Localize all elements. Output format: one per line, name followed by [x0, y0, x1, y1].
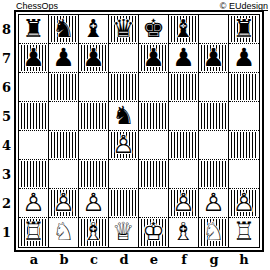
piece-glyph: ♖ [19, 218, 48, 247]
square-g8[interactable] [199, 15, 229, 44]
piece-glyph: ♘ [49, 218, 78, 247]
piece-glyph: ♟ [79, 44, 108, 72]
rank-label-3: 3 [0, 160, 13, 189]
square-f4[interactable] [169, 131, 199, 160]
chessops-window: ChessOps © EUdesign 87654321 ♜♞♝♛♚♝♜♟♟♟♟… [0, 0, 270, 270]
piece-glyph: ♙ [199, 189, 228, 217]
piece-white-pawn-a2[interactable]: ♟♙ [19, 189, 48, 217]
square-b4[interactable] [49, 131, 79, 160]
file-label-c: c [79, 252, 109, 267]
square-c6[interactable] [79, 73, 109, 102]
piece-black-rook-a8[interactable]: ♜ [19, 15, 48, 43]
piece-white-bishop-c1[interactable]: ♝♗ [79, 218, 108, 247]
square-e8[interactable]: ♚ [139, 15, 169, 44]
square-c8[interactable]: ♝ [79, 15, 109, 44]
piece-white-pawn-c2[interactable]: ♟♙ [79, 189, 108, 217]
rank-label-6: 6 [0, 73, 13, 102]
piece-white-queen-d1[interactable]: ♛♕ [109, 218, 138, 247]
piece-glyph: ♟ [49, 44, 78, 72]
piece-black-pawn-e7[interactable]: ♟ [139, 44, 168, 72]
square-d6[interactable] [109, 73, 139, 102]
piece-glyph: ♚ [139, 15, 168, 43]
square-g6[interactable] [199, 73, 229, 102]
piece-black-knight-b8[interactable]: ♞ [49, 15, 78, 43]
square-h8[interactable]: ♜ [229, 15, 259, 44]
square-f6[interactable] [169, 73, 199, 102]
piece-white-pawn-b2[interactable]: ♟♙ [49, 189, 78, 217]
square-a4[interactable] [19, 131, 49, 160]
square-g4[interactable] [199, 131, 229, 160]
piece-white-bishop-f1[interactable]: ♝♗ [169, 218, 198, 247]
piece-glyph: ♝ [169, 15, 198, 43]
square-a5[interactable] [19, 102, 49, 131]
square-c3[interactable] [79, 160, 109, 189]
piece-white-rook-a1[interactable]: ♜♖ [19, 218, 48, 247]
piece-glyph: ♟ [169, 44, 198, 72]
piece-glyph: ♞ [109, 102, 138, 130]
square-a7[interactable]: ♟ [19, 44, 49, 73]
piece-glyph: ♜ [19, 15, 48, 43]
rank-label-8: 8 [0, 15, 13, 44]
square-a1[interactable]: ♜♖ [19, 218, 49, 247]
square-a2[interactable]: ♟♙ [19, 189, 49, 218]
piece-glyph: ♔ [139, 218, 168, 247]
piece-black-king-e8[interactable]: ♚ [139, 15, 168, 43]
piece-glyph: ♞ [49, 15, 78, 43]
square-f8[interactable]: ♝ [169, 15, 199, 44]
piece-white-pawn-d4[interactable]: ♟♙ [109, 131, 138, 159]
square-g7[interactable]: ♟ [199, 44, 229, 73]
square-f1[interactable]: ♝♗ [169, 218, 199, 247]
square-e2[interactable] [139, 189, 169, 218]
square-h2[interactable]: ♟♙ [229, 189, 259, 218]
square-g1[interactable]: ♞♘ [199, 218, 229, 247]
square-c1[interactable]: ♝♗ [79, 218, 109, 247]
square-g3[interactable] [199, 160, 229, 189]
square-d7[interactable] [109, 44, 139, 73]
square-a8[interactable]: ♜ [19, 15, 49, 44]
piece-black-bishop-f8[interactable]: ♝ [169, 15, 198, 43]
rank-label-5: 5 [0, 102, 13, 131]
square-g5[interactable] [199, 102, 229, 131]
file-label-a: a [19, 252, 49, 267]
square-b8[interactable]: ♞ [49, 15, 79, 44]
square-b5[interactable] [49, 102, 79, 131]
piece-glyph: ♙ [49, 189, 78, 217]
square-d1[interactable]: ♛♕ [109, 218, 139, 247]
piece-black-bishop-c8[interactable]: ♝ [79, 15, 108, 43]
square-f2[interactable]: ♟♙ [169, 189, 199, 218]
square-d8[interactable]: ♛ [109, 15, 139, 44]
piece-glyph: ♗ [79, 218, 108, 247]
file-labels: abcdefgh [19, 252, 259, 267]
square-h5[interactable] [229, 102, 259, 131]
piece-glyph: ♜ [229, 15, 259, 43]
square-d5[interactable]: ♞ [109, 102, 139, 131]
square-b6[interactable] [49, 73, 79, 102]
square-h7[interactable]: ♟ [229, 44, 259, 73]
piece-glyph: ♗ [169, 218, 198, 247]
square-c2[interactable]: ♟♙ [79, 189, 109, 218]
piece-black-pawn-h7[interactable]: ♟ [229, 44, 259, 72]
piece-glyph: ♙ [19, 189, 48, 217]
square-a3[interactable] [19, 160, 49, 189]
file-label-g: g [199, 252, 229, 267]
piece-black-pawn-c7[interactable]: ♟ [79, 44, 108, 72]
piece-white-king-e1[interactable]: ♚♔ [139, 218, 168, 247]
square-d4[interactable]: ♟♙ [109, 131, 139, 160]
square-g2[interactable]: ♟♙ [199, 189, 229, 218]
piece-black-queen-d8[interactable]: ♛ [109, 15, 138, 43]
piece-white-pawn-f2[interactable]: ♟♙ [169, 189, 198, 217]
piece-glyph: ♙ [109, 131, 138, 159]
piece-glyph: ♕ [109, 218, 138, 247]
file-label-e: e [139, 252, 169, 267]
square-e6[interactable] [139, 73, 169, 102]
piece-white-rook-h1[interactable]: ♜♖ [229, 218, 259, 247]
piece-glyph: ♘ [199, 218, 228, 247]
piece-black-knight-d5[interactable]: ♞ [109, 102, 138, 130]
square-c7[interactable]: ♟ [79, 44, 109, 73]
square-e7[interactable]: ♟ [139, 44, 169, 73]
piece-glyph: ♖ [229, 218, 259, 247]
file-label-b: b [49, 252, 79, 267]
square-f7[interactable]: ♟ [169, 44, 199, 73]
piece-glyph: ♟ [199, 44, 228, 72]
square-b1[interactable]: ♞♘ [49, 218, 79, 247]
piece-glyph: ♙ [169, 189, 198, 217]
square-a6[interactable] [19, 73, 49, 102]
piece-glyph: ♛ [109, 15, 138, 43]
piece-black-pawn-g7[interactable]: ♟ [199, 44, 228, 72]
file-label-f: f [169, 252, 199, 267]
piece-black-pawn-f7[interactable]: ♟ [169, 44, 198, 72]
square-b3[interactable] [49, 160, 79, 189]
piece-white-pawn-h2[interactable]: ♟♙ [229, 189, 259, 217]
piece-white-knight-g1[interactable]: ♞♘ [199, 218, 228, 247]
piece-black-pawn-a7[interactable]: ♟ [19, 44, 48, 72]
piece-black-rook-h8[interactable]: ♜ [229, 15, 259, 43]
piece-white-pawn-g2[interactable]: ♟♙ [199, 189, 228, 217]
rank-label-1: 1 [0, 218, 13, 247]
square-h4[interactable] [229, 131, 259, 160]
rank-label-2: 2 [0, 189, 13, 218]
piece-glyph: ♟ [229, 44, 259, 72]
rank-labels: 87654321 [0, 15, 13, 247]
piece-glyph: ♟ [139, 44, 168, 72]
square-e5[interactable] [139, 102, 169, 131]
square-f5[interactable] [169, 102, 199, 131]
piece-glyph: ♙ [229, 189, 259, 217]
piece-glyph: ♙ [79, 189, 108, 217]
square-e4[interactable] [139, 131, 169, 160]
square-d2[interactable] [109, 189, 139, 218]
square-h1[interactable]: ♜♖ [229, 218, 259, 247]
piece-glyph: ♝ [79, 15, 108, 43]
file-label-h: h [229, 252, 259, 267]
square-d3[interactable] [109, 160, 139, 189]
piece-glyph: ♟ [19, 44, 48, 72]
square-b7[interactable]: ♟ [49, 44, 79, 73]
chess-board: ♜♞♝♛♚♝♜♟♟♟♟♟♟♟♞♟♙♟♙♟♙♟♙♟♙♟♙♟♙♜♖♞♘♝♗♛♕♚♔♝… [18, 14, 260, 248]
piece-white-knight-b1[interactable]: ♞♘ [49, 218, 78, 247]
square-h3[interactable] [229, 160, 259, 189]
rank-label-4: 4 [0, 131, 13, 160]
rank-label-7: 7 [0, 44, 13, 73]
square-b2[interactable]: ♟♙ [49, 189, 79, 218]
square-f3[interactable] [169, 160, 199, 189]
square-h6[interactable] [229, 73, 259, 102]
piece-black-pawn-b7[interactable]: ♟ [49, 44, 78, 72]
file-label-d: d [109, 252, 139, 267]
square-c5[interactable] [79, 102, 109, 131]
chess-board-frame: ♜♞♝♛♚♝♜♟♟♟♟♟♟♟♞♟♙♟♙♟♙♟♙♟♙♟♙♟♙♜♖♞♘♝♗♛♕♚♔♝… [14, 10, 264, 252]
square-e3[interactable] [139, 160, 169, 189]
square-e1[interactable]: ♚♔ [139, 218, 169, 247]
square-c4[interactable] [79, 131, 109, 160]
